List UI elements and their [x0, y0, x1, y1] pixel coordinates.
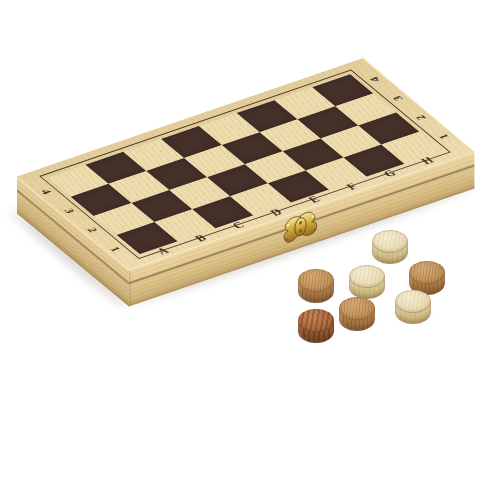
checker-light-1[interactable]	[372, 230, 408, 265]
checker-top	[339, 297, 375, 320]
checker-top	[372, 230, 408, 253]
product-photo: ABCDEFGH 4321 4321	[0, 0, 500, 500]
checker-top	[349, 265, 385, 288]
checker-wood-4[interactable]	[298, 269, 334, 304]
scene: ABCDEFGH 4321 4321	[0, 0, 500, 500]
checker-wood-6[interactable]	[339, 297, 375, 332]
checker-light-5[interactable]	[395, 290, 431, 325]
checker-top	[395, 290, 431, 313]
checker-top	[298, 309, 334, 332]
checker-light-3[interactable]	[349, 265, 385, 300]
checker-top	[409, 261, 445, 284]
checker-top	[298, 269, 334, 292]
checker-dark-7[interactable]	[298, 309, 334, 344]
